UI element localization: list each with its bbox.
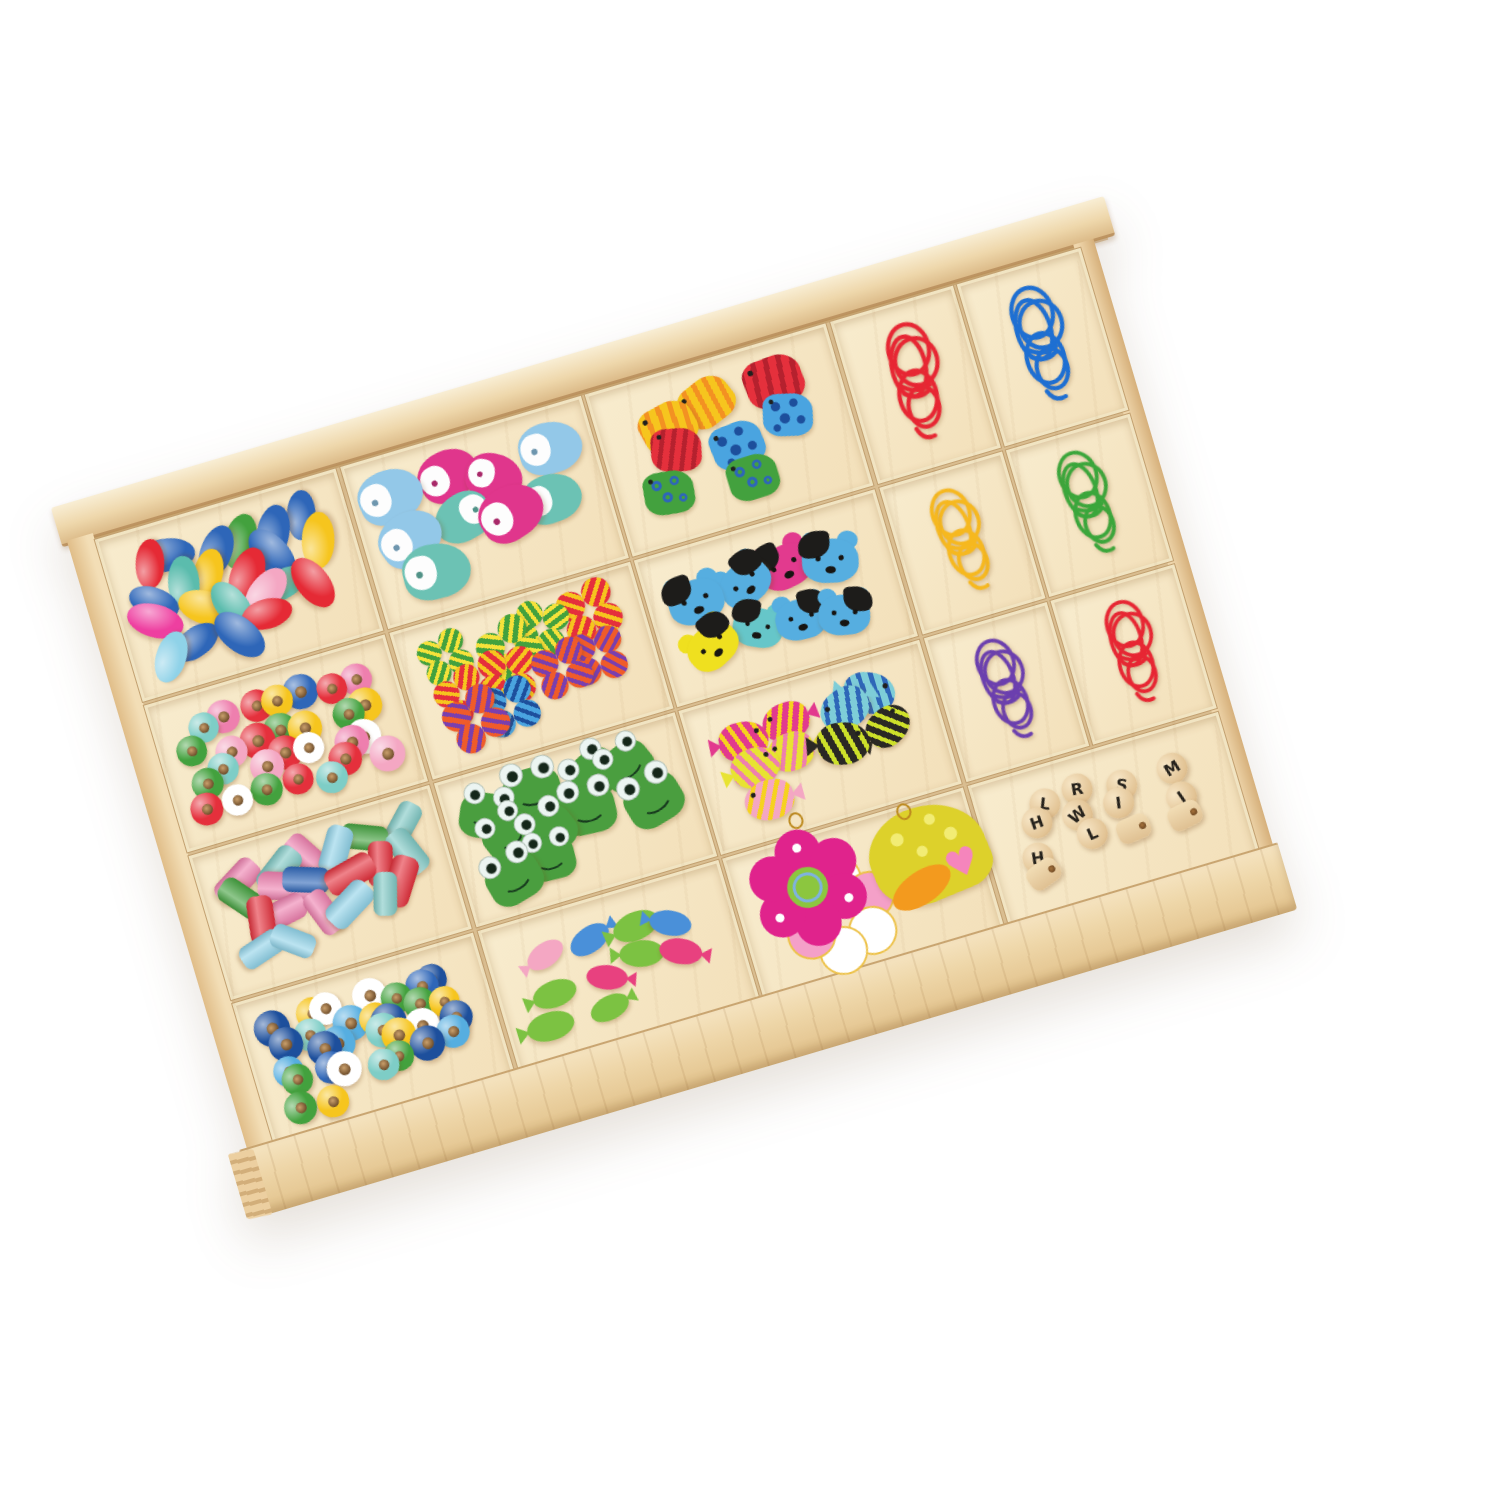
bead-hole: [390, 992, 402, 1004]
bead-hole: [420, 1035, 435, 1050]
bead-hole: [302, 741, 316, 755]
fishsil-bead: [524, 1006, 579, 1047]
fish-eye: [768, 400, 772, 404]
bead-hole: [327, 1095, 339, 1107]
round-bead: [277, 1084, 324, 1131]
fish-eye: [856, 730, 862, 736]
fish-eye: [754, 727, 760, 733]
bead-hole: [326, 682, 339, 695]
bead-hole: [318, 1001, 333, 1016]
fishsil-bead: [658, 936, 704, 968]
fish-eye: [824, 706, 831, 713]
fish-eye: [648, 480, 653, 485]
bead-hole: [250, 732, 266, 748]
bead-hole: [1137, 820, 1146, 829]
bead-hole: [279, 1037, 294, 1052]
fishsil-bead: [521, 933, 568, 976]
bead-hole: [232, 794, 244, 806]
bead-hole: [293, 1100, 309, 1116]
fish-eye: [713, 436, 719, 442]
round-bead: [281, 762, 315, 796]
bead-hole: [380, 746, 395, 761]
fishsil-bead: [585, 963, 628, 990]
dog-eye: [839, 554, 844, 559]
bead-hole: [1047, 863, 1057, 873]
cylinder-bead: [373, 871, 397, 915]
frog-eye: [462, 781, 487, 806]
bead-hole: [446, 1024, 460, 1038]
fish-eye: [882, 683, 888, 689]
bead-hole: [1189, 806, 1198, 815]
dog-nose: [825, 565, 836, 573]
dog-eye: [816, 556, 821, 561]
fish-tail: [522, 994, 539, 1013]
fish-tail: [516, 1025, 533, 1045]
wooden-tray: ♥LRSMHWIJHL: [58, 208, 1291, 1212]
dog-ear-patch: [843, 585, 873, 611]
butterfly-wing: [541, 602, 571, 632]
dog-bead: [799, 530, 862, 585]
hedgehog-bead: [512, 414, 587, 481]
oval-bead: [135, 539, 165, 590]
bead-hole: [261, 783, 274, 796]
bead-hole: [185, 745, 197, 757]
fishsil-bead: [528, 973, 580, 1015]
bead-hole: [293, 773, 304, 784]
fishsil-bead: [619, 938, 666, 968]
round-bead: [260, 684, 293, 717]
fish-tail: [806, 736, 820, 756]
compartment-grid: ♥LRSMHWIJHL: [95, 250, 1253, 1142]
fish-tail: [623, 987, 639, 1005]
bead-hole: [338, 1063, 351, 1076]
fish-eye: [762, 751, 768, 757]
fishsil-bead: [647, 908, 693, 939]
fish-eye: [889, 708, 896, 715]
fish-tail: [804, 701, 821, 721]
fish-tail: [708, 737, 723, 757]
fish-eye: [730, 466, 735, 471]
dog-bead: [816, 586, 874, 637]
fish-tail: [699, 947, 712, 964]
fishsil-bead: [586, 987, 633, 1028]
frog-eye: [527, 752, 556, 781]
fish-tail: [518, 960, 535, 978]
bead-hole: [197, 721, 210, 734]
fish-eye: [767, 716, 773, 722]
fishpat-bead: [762, 393, 814, 438]
round-bead: [314, 1082, 351, 1119]
fish-tail: [625, 971, 636, 987]
round-bead: [187, 789, 227, 829]
fish-tail: [610, 946, 622, 963]
fish-tail: [789, 782, 805, 802]
bead-hole: [217, 710, 230, 723]
bead-hole: [349, 673, 363, 687]
fish-tail: [640, 911, 653, 928]
fish-eye: [657, 434, 661, 438]
bead-hole: [200, 776, 215, 791]
bead-hole: [343, 708, 355, 720]
bead-hole: [326, 771, 338, 783]
bead-hole: [271, 695, 282, 706]
product-photo: ♥LRSMHWIJHL: [0, 0, 1500, 1500]
frog-eye: [610, 726, 640, 756]
fish-tail: [602, 927, 620, 948]
butterfly-wing: [597, 648, 631, 682]
fishpat-bead: [641, 467, 698, 518]
bead-hole: [294, 685, 308, 699]
fish-eye: [641, 419, 647, 425]
round-bead: [368, 1048, 400, 1080]
fish-eye: [750, 792, 756, 798]
fish-tail: [720, 767, 738, 788]
bead-hole: [260, 760, 273, 773]
fish-eye: [746, 370, 752, 376]
fishpat-bead: [650, 426, 703, 472]
bead-hole: [200, 802, 213, 815]
bead-hole: [290, 1072, 305, 1087]
bead-hole: [378, 1059, 389, 1070]
stripefish-bead: [816, 720, 872, 767]
